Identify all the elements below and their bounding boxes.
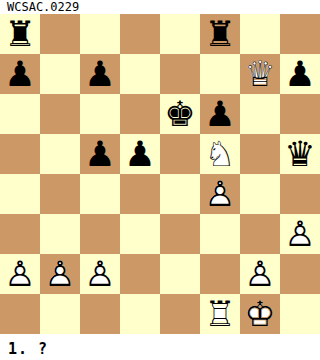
black-rook-f8[interactable]: ♜ [200,14,240,54]
square-e4[interactable] [160,174,200,214]
white-king-g1-fill[interactable]: ♚ [240,294,280,334]
square-b4[interactable] [40,174,80,214]
square-b6[interactable] [40,94,80,134]
black-pawn-c5[interactable]: ♟ [80,134,120,174]
square-h2[interactable] [280,254,320,294]
square-c5[interactable]: ♟ [80,134,120,174]
square-b8[interactable] [40,14,80,54]
square-h3[interactable]: ♟♙ [280,214,320,254]
square-d7[interactable] [120,54,160,94]
white-queen-g7[interactable]: ♕ [240,54,280,94]
white-knight-f5[interactable]: ♘ [200,134,240,174]
chess-puzzle-window: WCSAC.0229 ♜♜♟♟♛♕♟♚♟♟♟♞♘♛♟♙♟♙♟♙♟♙♟♙♟♙♜♖♚… [0,0,320,360]
white-rook-f1[interactable]: ♖ [200,294,240,334]
square-b2[interactable]: ♟♙ [40,254,80,294]
white-pawn-g2[interactable]: ♙ [240,254,280,294]
square-e7[interactable] [160,54,200,94]
white-rook-f1-fill[interactable]: ♜ [200,294,240,334]
square-g6[interactable] [240,94,280,134]
square-g1[interactable]: ♚♔ [240,294,280,334]
square-e5[interactable] [160,134,200,174]
square-d4[interactable] [120,174,160,214]
white-pawn-c2[interactable]: ♙ [80,254,120,294]
square-g5[interactable] [240,134,280,174]
white-pawn-h3[interactable]: ♙ [280,214,320,254]
white-pawn-b2-fill[interactable]: ♟ [40,254,80,294]
square-b7[interactable] [40,54,80,94]
square-c7[interactable]: ♟ [80,54,120,94]
white-pawn-f4-fill[interactable]: ♟ [200,174,240,214]
square-d5[interactable]: ♟ [120,134,160,174]
square-h8[interactable] [280,14,320,54]
square-d8[interactable] [120,14,160,54]
black-pawn-c7[interactable]: ♟ [80,54,120,94]
square-g3[interactable] [240,214,280,254]
square-f2[interactable] [200,254,240,294]
square-d2[interactable] [120,254,160,294]
square-b3[interactable] [40,214,80,254]
square-c6[interactable] [80,94,120,134]
square-e6[interactable]: ♚ [160,94,200,134]
square-h5[interactable]: ♛ [280,134,320,174]
square-h7[interactable]: ♟ [280,54,320,94]
square-f5[interactable]: ♞♘ [200,134,240,174]
black-pawn-d5[interactable]: ♟ [120,134,160,174]
square-a6[interactable] [0,94,40,134]
move-prompt: 1. ? [0,334,320,360]
square-h1[interactable] [280,294,320,334]
square-g4[interactable] [240,174,280,214]
square-e1[interactable] [160,294,200,334]
square-e8[interactable] [160,14,200,54]
white-pawn-b2[interactable]: ♙ [40,254,80,294]
square-d1[interactable] [120,294,160,334]
square-e3[interactable] [160,214,200,254]
white-pawn-c2-fill[interactable]: ♟ [80,254,120,294]
square-g7[interactable]: ♛♕ [240,54,280,94]
square-a5[interactable] [0,134,40,174]
black-rook-a8[interactable]: ♜ [0,14,40,54]
black-king-e6[interactable]: ♚ [160,94,200,134]
square-d3[interactable] [120,214,160,254]
square-c2[interactable]: ♟♙ [80,254,120,294]
square-c3[interactable] [80,214,120,254]
puzzle-id-title: WCSAC.0229 [0,0,320,14]
white-pawn-g2-fill[interactable]: ♟ [240,254,280,294]
white-king-g1[interactable]: ♔ [240,294,280,334]
square-f3[interactable] [200,214,240,254]
square-f1[interactable]: ♜♖ [200,294,240,334]
square-b5[interactable] [40,134,80,174]
black-pawn-f6[interactable]: ♟ [200,94,240,134]
black-pawn-a7[interactable]: ♟ [0,54,40,94]
square-c8[interactable] [80,14,120,54]
square-c1[interactable] [80,294,120,334]
square-c4[interactable] [80,174,120,214]
square-a2[interactable]: ♟♙ [0,254,40,294]
square-a1[interactable] [0,294,40,334]
square-b1[interactable] [40,294,80,334]
chess-board: ♜♜♟♟♛♕♟♚♟♟♟♞♘♛♟♙♟♙♟♙♟♙♟♙♟♙♜♖♚♔ [0,14,320,334]
white-pawn-a2[interactable]: ♙ [0,254,40,294]
white-pawn-a2-fill[interactable]: ♟ [0,254,40,294]
square-a7[interactable]: ♟ [0,54,40,94]
square-f7[interactable] [200,54,240,94]
square-a4[interactable] [0,174,40,214]
square-g2[interactable]: ♟♙ [240,254,280,294]
black-queen-h5[interactable]: ♛ [280,134,320,174]
square-e2[interactable] [160,254,200,294]
white-queen-g7-fill[interactable]: ♛ [240,54,280,94]
square-a3[interactable] [0,214,40,254]
white-pawn-h3-fill[interactable]: ♟ [280,214,320,254]
square-g8[interactable] [240,14,280,54]
square-d6[interactable] [120,94,160,134]
black-pawn-h7[interactable]: ♟ [280,54,320,94]
square-f8[interactable]: ♜ [200,14,240,54]
square-f4[interactable]: ♟♙ [200,174,240,214]
square-a8[interactable]: ♜ [0,14,40,54]
white-knight-f5-fill[interactable]: ♞ [200,134,240,174]
square-h4[interactable] [280,174,320,214]
white-pawn-f4[interactable]: ♙ [200,174,240,214]
square-f6[interactable]: ♟ [200,94,240,134]
square-h6[interactable] [280,94,320,134]
